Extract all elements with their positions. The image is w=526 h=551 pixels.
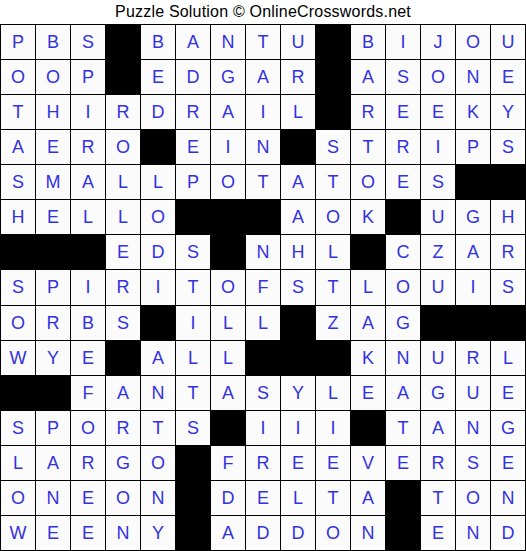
letter-cell: P xyxy=(36,270,71,305)
letter-cell: E xyxy=(386,165,421,200)
letter-cell: R xyxy=(246,446,281,481)
letter-cell: T xyxy=(421,481,456,516)
letter-cell: R xyxy=(176,95,211,130)
letter-cell: O xyxy=(211,165,246,200)
letter-cell: T xyxy=(316,165,351,200)
letter-cell: Y xyxy=(281,376,316,411)
letter-cell: S xyxy=(176,235,211,270)
letter-cell: O xyxy=(316,200,351,235)
letter-cell: I xyxy=(246,411,281,446)
block-cell xyxy=(316,25,351,60)
letter-cell: T xyxy=(386,411,421,446)
block-cell xyxy=(106,25,141,60)
letter-cell: O xyxy=(36,60,71,95)
letter-cell: A xyxy=(351,60,386,95)
letter-cell: P xyxy=(1,25,36,60)
letter-cell: I xyxy=(246,95,281,130)
letter-cell: A xyxy=(421,411,456,446)
letter-cell: A xyxy=(106,376,141,411)
letter-cell: Y xyxy=(491,95,526,130)
letter-cell: S xyxy=(316,130,351,165)
block-cell xyxy=(176,446,211,481)
letter-cell: A xyxy=(351,306,386,341)
block-cell xyxy=(211,411,246,446)
letter-cell: D xyxy=(176,60,211,95)
letter-cell: L xyxy=(351,270,386,305)
letter-cell: R xyxy=(106,411,141,446)
block-cell xyxy=(281,306,316,341)
block-cell xyxy=(176,200,211,235)
letter-cell: G xyxy=(211,60,246,95)
letter-cell: B xyxy=(351,25,386,60)
letter-cell: L xyxy=(176,341,211,376)
letter-cell: T xyxy=(246,25,281,60)
letter-cell: E xyxy=(386,446,421,481)
letter-cell: I xyxy=(456,270,491,305)
letter-cell: S xyxy=(456,446,491,481)
letter-cell: J xyxy=(421,25,456,60)
block-cell xyxy=(141,306,176,341)
letter-cell: L xyxy=(246,306,281,341)
letter-cell: Z xyxy=(316,306,351,341)
letter-cell: O xyxy=(211,270,246,305)
letter-cell: N xyxy=(456,516,491,551)
letter-cell: A xyxy=(281,200,316,235)
block-cell xyxy=(1,376,36,411)
letter-cell: E xyxy=(386,95,421,130)
letter-cell: P xyxy=(71,60,106,95)
block-cell xyxy=(386,516,421,551)
letter-cell: U xyxy=(421,341,456,376)
block-cell xyxy=(211,235,246,270)
letter-cell: R xyxy=(106,95,141,130)
letter-cell: R xyxy=(456,341,491,376)
letter-cell: E xyxy=(491,60,526,95)
block-cell xyxy=(36,235,71,270)
letter-cell: H xyxy=(1,200,36,235)
letter-cell: F xyxy=(211,446,246,481)
block-cell xyxy=(246,200,281,235)
letter-cell: E xyxy=(36,200,71,235)
letter-cell: I xyxy=(386,25,421,60)
letter-cell: E xyxy=(246,481,281,516)
letter-cell: E xyxy=(491,446,526,481)
letter-cell: A xyxy=(386,376,421,411)
block-cell xyxy=(456,306,491,341)
letter-cell: E xyxy=(71,516,106,551)
letter-cell: U xyxy=(421,200,456,235)
letter-cell: S xyxy=(281,270,316,305)
letter-cell: S xyxy=(246,376,281,411)
letter-cell: L xyxy=(1,446,36,481)
letter-cell: R xyxy=(491,235,526,270)
letter-cell: O xyxy=(141,446,176,481)
letter-cell: I xyxy=(71,95,106,130)
letter-cell: E xyxy=(491,376,526,411)
crossword-grid: PBSBANTUBIJOUOOPEDGARASONETHIRDRAILREEKY… xyxy=(0,24,526,551)
letter-cell: V xyxy=(351,446,386,481)
block-cell xyxy=(106,341,141,376)
letter-cell: O xyxy=(456,25,491,60)
letter-cell: Y xyxy=(141,516,176,551)
letter-cell: I xyxy=(71,270,106,305)
block-cell xyxy=(106,60,141,95)
block-cell xyxy=(316,95,351,130)
letter-cell: S xyxy=(176,411,211,446)
letter-cell: S xyxy=(1,270,36,305)
letter-cell: S xyxy=(71,25,106,60)
letter-cell: E xyxy=(316,446,351,481)
letter-cell: L xyxy=(106,165,141,200)
letter-cell: O xyxy=(456,481,491,516)
letter-cell: F xyxy=(246,270,281,305)
letter-cell: K xyxy=(351,341,386,376)
letter-cell: O xyxy=(141,200,176,235)
letter-cell: Y xyxy=(36,341,71,376)
letter-cell: G xyxy=(456,200,491,235)
letter-cell: O xyxy=(421,60,456,95)
letter-cell: P xyxy=(36,411,71,446)
letter-cell: S xyxy=(1,411,36,446)
letter-cell: C xyxy=(386,235,421,270)
letter-cell: R xyxy=(71,130,106,165)
letter-cell: D xyxy=(246,516,281,551)
letter-cell: L xyxy=(281,95,316,130)
letter-cell: S xyxy=(106,306,141,341)
block-cell xyxy=(421,306,456,341)
page-title: Puzzle Solution © OnlineCrosswords.net xyxy=(0,0,526,24)
letter-cell: E xyxy=(351,376,386,411)
block-cell xyxy=(491,165,526,200)
letter-cell: R xyxy=(351,95,386,130)
letter-cell: D xyxy=(491,516,526,551)
letter-cell: G xyxy=(386,306,421,341)
block-cell xyxy=(316,341,351,376)
letter-cell: R xyxy=(71,446,106,481)
letter-cell: N xyxy=(211,25,246,60)
letter-cell: W xyxy=(1,516,36,551)
letter-cell: A xyxy=(1,130,36,165)
letter-cell: A xyxy=(176,25,211,60)
letter-cell: E xyxy=(71,481,106,516)
letter-cell: O xyxy=(71,411,106,446)
letter-cell: H xyxy=(491,200,526,235)
letter-cell: R xyxy=(386,130,421,165)
letter-cell: N xyxy=(141,481,176,516)
letter-cell: A xyxy=(456,235,491,270)
letter-cell: N xyxy=(456,60,491,95)
block-cell xyxy=(176,516,211,551)
letter-cell: N xyxy=(351,516,386,551)
letter-cell: U xyxy=(421,270,456,305)
letter-cell: L xyxy=(211,341,246,376)
letter-cell: L xyxy=(141,165,176,200)
letter-cell: P xyxy=(176,165,211,200)
letter-cell: W xyxy=(1,341,36,376)
letter-cell: I xyxy=(211,130,246,165)
letter-cell: I xyxy=(141,270,176,305)
letter-cell: L xyxy=(211,306,246,341)
letter-cell: H xyxy=(281,235,316,270)
letter-cell: E xyxy=(141,60,176,95)
block-cell xyxy=(1,235,36,270)
block-cell xyxy=(211,200,246,235)
letter-cell: D xyxy=(141,235,176,270)
letter-cell: L xyxy=(316,376,351,411)
letter-cell: S xyxy=(491,130,526,165)
block-cell xyxy=(281,341,316,376)
letter-cell: Z xyxy=(421,235,456,270)
letter-cell: T xyxy=(1,95,36,130)
letter-cell: G xyxy=(106,446,141,481)
letter-cell: B xyxy=(141,25,176,60)
letter-cell: N xyxy=(36,481,71,516)
letter-cell: L xyxy=(281,481,316,516)
letter-cell: R xyxy=(106,270,141,305)
block-cell xyxy=(36,376,71,411)
letter-cell: E xyxy=(36,130,71,165)
letter-cell: A xyxy=(211,376,246,411)
letter-cell: D xyxy=(281,516,316,551)
letter-cell: L xyxy=(316,235,351,270)
letter-cell: S xyxy=(421,165,456,200)
letter-cell: K xyxy=(351,200,386,235)
letter-cell: U xyxy=(456,376,491,411)
letter-cell: N xyxy=(246,235,281,270)
letter-cell: T xyxy=(351,130,386,165)
block-cell xyxy=(71,235,106,270)
letter-cell: O xyxy=(1,481,36,516)
letter-cell: T xyxy=(316,481,351,516)
letter-cell: T xyxy=(316,270,351,305)
block-cell xyxy=(456,165,491,200)
letter-cell: O xyxy=(1,306,36,341)
letter-cell: E xyxy=(281,446,316,481)
block-cell xyxy=(386,481,421,516)
letter-cell: N xyxy=(491,481,526,516)
letter-cell: L xyxy=(71,200,106,235)
block-cell xyxy=(246,341,281,376)
letter-cell: I xyxy=(316,411,351,446)
letter-cell: U xyxy=(281,25,316,60)
letter-cell: A xyxy=(36,446,71,481)
letter-cell: U xyxy=(491,25,526,60)
letter-cell: S xyxy=(386,60,421,95)
letter-cell: R xyxy=(421,446,456,481)
letter-cell: O xyxy=(106,130,141,165)
letter-cell: L xyxy=(106,200,141,235)
block-cell xyxy=(176,481,211,516)
letter-cell: A xyxy=(71,165,106,200)
letter-cell: R xyxy=(281,60,316,95)
letter-cell: A xyxy=(281,165,316,200)
letter-cell: D xyxy=(141,95,176,130)
letter-cell: E xyxy=(36,516,71,551)
letter-cell: T xyxy=(176,270,211,305)
letter-cell: B xyxy=(71,306,106,341)
letter-cell: E xyxy=(421,516,456,551)
letter-cell: N xyxy=(456,411,491,446)
block-cell xyxy=(491,306,526,341)
letter-cell: L xyxy=(491,341,526,376)
block-cell xyxy=(316,60,351,95)
letter-cell: R xyxy=(36,306,71,341)
letter-cell: E xyxy=(176,130,211,165)
block-cell xyxy=(141,130,176,165)
letter-cell: F xyxy=(71,376,106,411)
letter-cell: O xyxy=(1,60,36,95)
letter-cell: O xyxy=(106,481,141,516)
letter-cell: A xyxy=(246,60,281,95)
letter-cell: E xyxy=(106,235,141,270)
letter-cell: D xyxy=(211,481,246,516)
block-cell xyxy=(351,235,386,270)
letter-cell: E xyxy=(71,341,106,376)
letter-cell: N xyxy=(386,341,421,376)
letter-cell: O xyxy=(386,270,421,305)
letter-cell: G xyxy=(421,376,456,411)
letter-cell: H xyxy=(36,95,71,130)
letter-cell: A xyxy=(351,481,386,516)
letter-cell: T xyxy=(176,376,211,411)
letter-cell: N xyxy=(246,130,281,165)
letter-cell: A xyxy=(211,95,246,130)
letter-cell: N xyxy=(141,376,176,411)
letter-cell: T xyxy=(141,411,176,446)
letter-cell: O xyxy=(351,165,386,200)
letter-cell: S xyxy=(491,270,526,305)
letter-cell: S xyxy=(1,165,36,200)
letter-cell: P xyxy=(456,130,491,165)
letter-cell: I xyxy=(421,130,456,165)
letter-cell: T xyxy=(246,165,281,200)
letter-cell: I xyxy=(176,306,211,341)
block-cell xyxy=(281,130,316,165)
letter-cell: M xyxy=(36,165,71,200)
letter-cell: O xyxy=(316,516,351,551)
letter-cell: G xyxy=(491,411,526,446)
letter-cell: N xyxy=(106,516,141,551)
letter-cell: A xyxy=(141,341,176,376)
block-cell xyxy=(351,411,386,446)
block-cell xyxy=(386,200,421,235)
letter-cell: B xyxy=(36,25,71,60)
letter-cell: A xyxy=(211,516,246,551)
letter-cell: K xyxy=(456,95,491,130)
letter-cell: I xyxy=(281,411,316,446)
letter-cell: E xyxy=(421,95,456,130)
